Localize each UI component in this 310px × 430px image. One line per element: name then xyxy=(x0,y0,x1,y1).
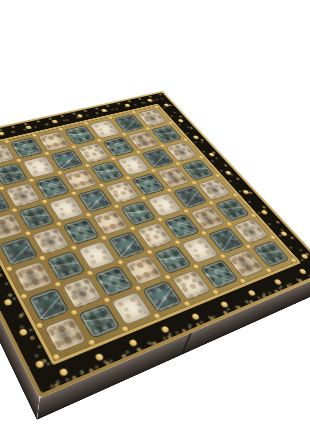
square-h1[interactable]: ♜ xyxy=(43,316,87,354)
chess-board: ♜♞♝♚♛♝♞♜♟♟♟♟♟♟♟♟♟♟♟♟♟♟♟♟♜♞♝♛♚♝♞♜ xyxy=(0,91,310,399)
lattice-rivet-icon xyxy=(164,274,171,280)
box-fold-seam xyxy=(180,332,192,355)
lattice-rivet-icon xyxy=(83,122,89,126)
lattice-rivet-icon xyxy=(113,204,120,209)
lattice-rivet-icon xyxy=(140,196,147,201)
lattice-rivet-icon xyxy=(125,176,131,180)
lattice-rivet-icon xyxy=(129,226,136,231)
lattice-rivet-icon xyxy=(156,217,163,222)
black-pawn[interactable]: ♟ xyxy=(199,225,293,267)
lattice-rivet-icon xyxy=(84,164,90,168)
lattice-rivet-icon xyxy=(70,145,76,149)
lattice-rivet-icon xyxy=(110,157,116,161)
lattice-rivet-icon xyxy=(174,240,181,245)
lattice-rivet-icon xyxy=(146,250,153,255)
chess-set-photo: ♜♞♝♚♛♝♞♜♟♟♟♟♟♟♟♟♟♟♟♟♟♟♟♟♜♞♝♛♚♝♞♜ xyxy=(0,0,310,430)
lattice-rivet-icon xyxy=(96,139,102,143)
lattice-rivet-icon xyxy=(58,127,64,131)
lattice-rivet-icon xyxy=(192,264,199,270)
